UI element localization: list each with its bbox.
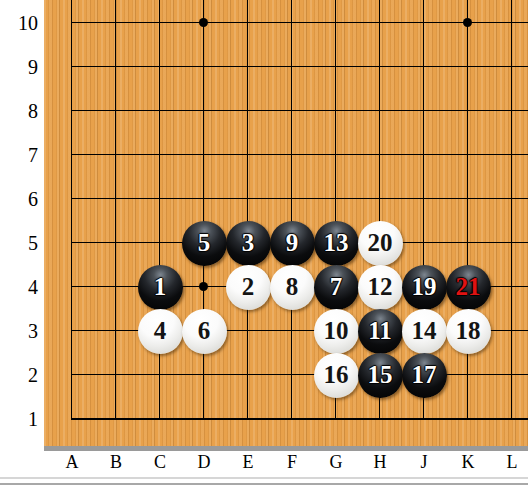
- intersection-F3[interactable]: [270, 309, 314, 353]
- intersection-G9[interactable]: [314, 45, 358, 89]
- intersection-D9[interactable]: [182, 45, 226, 89]
- intersection-C9[interactable]: [138, 45, 182, 89]
- go-board-surface: 539132012871219214610111418161517: [44, 0, 528, 446]
- intersection-G10[interactable]: [314, 1, 358, 45]
- move-number: 13: [324, 229, 349, 257]
- move-number: 14: [412, 317, 437, 345]
- intersection-C2[interactable]: [138, 353, 182, 397]
- intersection-J1[interactable]: [402, 397, 446, 441]
- intersection-C5[interactable]: [138, 221, 182, 265]
- intersection-J6[interactable]: [402, 177, 446, 221]
- intersection-F6[interactable]: [270, 177, 314, 221]
- intersection-D6[interactable]: [182, 177, 226, 221]
- row-label-4: 4: [0, 275, 38, 299]
- white-stone-move-10[interactable]: 10: [314, 309, 359, 354]
- intersection-K7[interactable]: [446, 133, 490, 177]
- intersection-A2[interactable]: [50, 353, 94, 397]
- star-point-K10: [463, 18, 472, 27]
- white-stone-move-8[interactable]: 8: [270, 265, 315, 310]
- intersection-H10[interactable]: [358, 1, 402, 45]
- move-number: 12: [368, 273, 393, 301]
- column-label-K: K: [446, 452, 490, 472]
- column-label-H: H: [358, 452, 402, 472]
- black-stone-move-1[interactable]: 1: [138, 265, 183, 310]
- row-label-9: 9: [0, 55, 38, 79]
- intersection-B8[interactable]: [94, 89, 138, 133]
- white-stone-move-20[interactable]: 20: [358, 221, 403, 266]
- intersection-H1[interactable]: [358, 397, 402, 441]
- intersection-C3[interactable]: 4: [138, 309, 182, 353]
- move-number: 9: [286, 229, 299, 257]
- intersection-C4[interactable]: 1: [138, 265, 182, 309]
- intersection-F7[interactable]: [270, 133, 314, 177]
- column-label-F: F: [270, 452, 314, 472]
- intersection-H5[interactable]: 20: [358, 221, 402, 265]
- black-stone-move-21[interactable]: 21: [446, 265, 491, 310]
- go-board-diagram: 10987654321 5391320128712192146101114181…: [0, 0, 528, 485]
- black-stone-move-3[interactable]: 3: [226, 221, 271, 266]
- move-number: 11: [368, 317, 392, 345]
- black-stone-move-11[interactable]: 11: [358, 309, 403, 354]
- column-label-D: D: [182, 452, 226, 472]
- intersection-J10[interactable]: [402, 1, 446, 45]
- row-label-6: 6: [0, 187, 38, 211]
- intersection-A5[interactable]: [50, 221, 94, 265]
- column-label-J: J: [402, 452, 446, 472]
- intersection-K10[interactable]: [446, 1, 490, 45]
- intersection-H3[interactable]: 11: [358, 309, 402, 353]
- intersection-C10[interactable]: [138, 1, 182, 45]
- intersection-G8[interactable]: [314, 89, 358, 133]
- move-number: 20: [368, 229, 393, 257]
- intersection-E10[interactable]: [226, 1, 270, 45]
- intersection-H7[interactable]: [358, 133, 402, 177]
- intersection-E4[interactable]: 2: [226, 265, 270, 309]
- board-drop-shadow: [44, 446, 528, 451]
- black-stone-move-5[interactable]: 5: [182, 221, 227, 266]
- intersection-K6[interactable]: [446, 177, 490, 221]
- intersection-H2[interactable]: 15: [358, 353, 402, 397]
- intersection-E1[interactable]: [226, 397, 270, 441]
- intersection-E3[interactable]: [226, 309, 270, 353]
- intersection-K9[interactable]: [446, 45, 490, 89]
- white-stone-move-12[interactable]: 12: [358, 265, 403, 310]
- intersection-E5[interactable]: 3: [226, 221, 270, 265]
- column-label-E: E: [226, 452, 270, 472]
- intersection-B3[interactable]: [94, 309, 138, 353]
- white-stone-move-16[interactable]: 16: [314, 353, 359, 398]
- column-label-G: G: [314, 452, 358, 472]
- move-number: 10: [324, 317, 349, 345]
- intersection-L9[interactable]: [490, 45, 528, 89]
- intersection-A9[interactable]: [50, 45, 94, 89]
- intersection-D1[interactable]: [182, 397, 226, 441]
- row-label-5: 5: [0, 231, 38, 255]
- move-number: 19: [412, 273, 437, 301]
- intersection-D7[interactable]: [182, 133, 226, 177]
- intersection-B1[interactable]: [94, 397, 138, 441]
- black-stone-move-17[interactable]: 17: [402, 353, 447, 398]
- intersection-L8[interactable]: [490, 89, 528, 133]
- column-coordinate-labels: ABCDEFGHJKL: [0, 452, 528, 474]
- move-number: 2: [242, 273, 255, 301]
- intersection-H9[interactable]: [358, 45, 402, 89]
- column-label-B: B: [94, 452, 138, 472]
- intersection-F1[interactable]: [270, 397, 314, 441]
- intersection-E8[interactable]: [226, 89, 270, 133]
- intersection-L2[interactable]: [490, 353, 528, 397]
- intersection-G2[interactable]: 16: [314, 353, 358, 397]
- intersection-L6[interactable]: [490, 177, 528, 221]
- intersection-A3[interactable]: [50, 309, 94, 353]
- intersection-L1[interactable]: [490, 397, 528, 441]
- row-label-3: 3: [0, 319, 38, 343]
- intersection-B6[interactable]: [94, 177, 138, 221]
- row-label-10: 10: [0, 11, 38, 35]
- intersection-F4[interactable]: 8: [270, 265, 314, 309]
- intersection-L7[interactable]: [490, 133, 528, 177]
- row-label-7: 7: [0, 143, 38, 167]
- go-board-grid: 539132012871219214610111418161517: [50, 0, 528, 441]
- intersection-K2[interactable]: [446, 353, 490, 397]
- intersection-G5[interactable]: 13: [314, 221, 358, 265]
- intersection-A8[interactable]: [50, 89, 94, 133]
- white-stone-move-2[interactable]: 2: [226, 265, 271, 310]
- intersection-F5[interactable]: 9: [270, 221, 314, 265]
- move-number: 16: [324, 361, 349, 389]
- column-label-A: A: [50, 452, 94, 472]
- intersection-E2[interactable]: [226, 353, 270, 397]
- intersection-J7[interactable]: [402, 133, 446, 177]
- intersection-J2[interactable]: 17: [402, 353, 446, 397]
- black-stone-move-7[interactable]: 7: [314, 265, 359, 310]
- intersection-B7[interactable]: [94, 133, 138, 177]
- intersection-C8[interactable]: [138, 89, 182, 133]
- move-number: 21: [456, 273, 481, 301]
- intersection-A1[interactable]: [50, 397, 94, 441]
- intersection-L10[interactable]: [490, 1, 528, 45]
- intersection-C1[interactable]: [138, 397, 182, 441]
- intersection-D10[interactable]: [182, 1, 226, 45]
- black-stone-move-15[interactable]: 15: [358, 353, 403, 398]
- intersection-D3[interactable]: 6: [182, 309, 226, 353]
- intersection-D4[interactable]: [182, 265, 226, 309]
- white-stone-move-18[interactable]: 18: [446, 309, 491, 354]
- move-number: 7: [330, 273, 343, 301]
- intersection-H8[interactable]: [358, 89, 402, 133]
- intersection-K1[interactable]: [446, 397, 490, 441]
- star-point-D4: [199, 282, 208, 291]
- white-stone-move-6[interactable]: 6: [182, 309, 227, 354]
- intersection-G6[interactable]: [314, 177, 358, 221]
- move-number: 17: [412, 361, 437, 389]
- intersection-B10[interactable]: [94, 1, 138, 45]
- intersection-J8[interactable]: [402, 89, 446, 133]
- intersection-D2[interactable]: [182, 353, 226, 397]
- intersection-A10[interactable]: [50, 1, 94, 45]
- white-stone-move-14[interactable]: 14: [402, 309, 447, 354]
- intersection-G3[interactable]: 10: [314, 309, 358, 353]
- intersection-K4[interactable]: 21: [446, 265, 490, 309]
- intersection-B9[interactable]: [94, 45, 138, 89]
- intersection-J9[interactable]: [402, 45, 446, 89]
- intersection-D5[interactable]: 5: [182, 221, 226, 265]
- intersection-A7[interactable]: [50, 133, 94, 177]
- intersection-E6[interactable]: [226, 177, 270, 221]
- row-label-2: 2: [0, 363, 38, 387]
- row-label-1: 1: [0, 407, 38, 431]
- move-number: 8: [286, 273, 299, 301]
- intersection-K8[interactable]: [446, 89, 490, 133]
- intersection-J3[interactable]: 14: [402, 309, 446, 353]
- intersection-F2[interactable]: [270, 353, 314, 397]
- intersection-J4[interactable]: 19: [402, 265, 446, 309]
- intersection-G4[interactable]: 7: [314, 265, 358, 309]
- intersection-F9[interactable]: [270, 45, 314, 89]
- intersection-G7[interactable]: [314, 133, 358, 177]
- intersection-L5[interactable]: [490, 221, 528, 265]
- intersection-H6[interactable]: [358, 177, 402, 221]
- row-label-8: 8: [0, 99, 38, 123]
- intersection-A4[interactable]: [50, 265, 94, 309]
- intersection-B5[interactable]: [94, 221, 138, 265]
- intersection-E9[interactable]: [226, 45, 270, 89]
- move-number: 15: [368, 361, 393, 389]
- move-number: 1: [154, 273, 167, 301]
- black-stone-move-9[interactable]: 9: [270, 221, 315, 266]
- intersection-L4[interactable]: [490, 265, 528, 309]
- intersection-K3[interactable]: 18: [446, 309, 490, 353]
- intersection-C6[interactable]: [138, 177, 182, 221]
- black-stone-move-19[interactable]: 19: [402, 265, 447, 310]
- intersection-K5[interactable]: [446, 221, 490, 265]
- row-coordinate-labels: 10987654321: [0, 0, 44, 446]
- move-number: 3: [242, 229, 255, 257]
- black-stone-move-13[interactable]: 13: [314, 221, 359, 266]
- column-label-L: L: [490, 452, 528, 472]
- intersection-G1[interactable]: [314, 397, 358, 441]
- intersection-F10[interactable]: [270, 1, 314, 45]
- intersection-D8[interactable]: [182, 89, 226, 133]
- intersection-C7[interactable]: [138, 133, 182, 177]
- intersection-E7[interactable]: [226, 133, 270, 177]
- window-separator-line: [0, 477, 528, 479]
- white-stone-move-4[interactable]: 4: [138, 309, 183, 354]
- intersection-A6[interactable]: [50, 177, 94, 221]
- intersection-F8[interactable]: [270, 89, 314, 133]
- star-point-D10: [199, 18, 208, 27]
- move-number: 6: [198, 317, 211, 345]
- intersection-H4[interactable]: 12: [358, 265, 402, 309]
- move-number: 18: [456, 317, 481, 345]
- move-number: 5: [198, 229, 211, 257]
- intersection-B4[interactable]: [94, 265, 138, 309]
- intersection-J5[interactable]: [402, 221, 446, 265]
- column-label-C: C: [138, 452, 182, 472]
- intersection-B2[interactable]: [94, 353, 138, 397]
- intersection-L3[interactable]: [490, 309, 528, 353]
- move-number: 4: [154, 317, 167, 345]
